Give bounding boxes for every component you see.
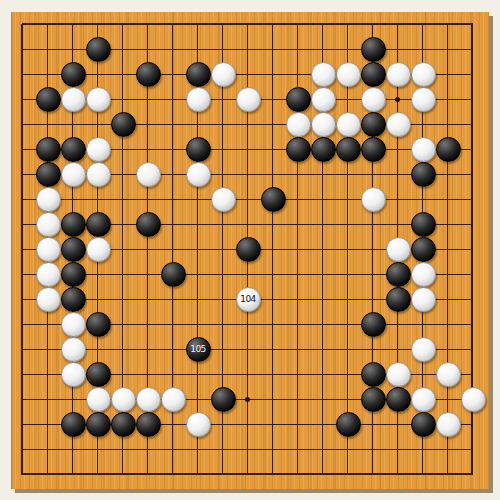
stone-black[interactable]	[86, 312, 111, 337]
star-point	[395, 97, 400, 102]
grid-line-horizontal	[22, 449, 473, 450]
stone-black[interactable]	[361, 312, 386, 337]
stone-black[interactable]	[36, 162, 61, 187]
stone-white[interactable]	[211, 62, 236, 87]
stone-white[interactable]	[361, 87, 386, 112]
stone-white[interactable]	[286, 112, 311, 137]
stone-white[interactable]	[236, 87, 261, 112]
stone-black[interactable]	[361, 62, 386, 87]
stone-white[interactable]	[311, 62, 336, 87]
stone-black[interactable]	[436, 137, 461, 162]
stone-black[interactable]	[286, 87, 311, 112]
stone-black[interactable]	[186, 62, 211, 87]
stone-black[interactable]	[111, 412, 136, 437]
star-point	[245, 397, 250, 402]
stone-white[interactable]	[61, 362, 86, 387]
stone-black[interactable]	[86, 412, 111, 437]
stone-white[interactable]	[336, 62, 361, 87]
stone-white[interactable]	[411, 137, 436, 162]
grid-line-horizontal	[22, 349, 473, 350]
stone-white[interactable]	[411, 337, 436, 362]
stone-white[interactable]	[86, 87, 111, 112]
stone-white[interactable]	[436, 362, 461, 387]
stone-black[interactable]	[361, 112, 386, 137]
stone-white[interactable]	[61, 312, 86, 337]
go-board[interactable]: 104105	[11, 12, 489, 489]
stone-white[interactable]	[61, 162, 86, 187]
stone-black[interactable]	[136, 212, 161, 237]
stone-black[interactable]	[361, 37, 386, 62]
stone-black[interactable]	[361, 362, 386, 387]
grid-line-vertical	[447, 24, 448, 475]
stone-white[interactable]	[86, 162, 111, 187]
grid-line-vertical	[272, 24, 273, 475]
stone-black[interactable]	[36, 137, 61, 162]
stone-white[interactable]	[411, 62, 436, 87]
stone-black[interactable]	[411, 237, 436, 262]
stone-white[interactable]	[61, 337, 86, 362]
stone-white[interactable]	[386, 112, 411, 137]
stone-black[interactable]	[236, 237, 261, 262]
stone-black[interactable]	[61, 412, 86, 437]
stone-white[interactable]	[186, 87, 211, 112]
stone-white[interactable]	[211, 187, 236, 212]
stone-white[interactable]	[36, 212, 61, 237]
stone-black[interactable]	[336, 412, 361, 437]
diagram-background: 104105	[0, 0, 500, 500]
stone-white[interactable]	[86, 387, 111, 412]
stone-white[interactable]	[36, 187, 61, 212]
stone-black[interactable]	[111, 112, 136, 137]
stone-black[interactable]	[386, 287, 411, 312]
stone-black[interactable]	[286, 137, 311, 162]
stone-white[interactable]	[61, 87, 86, 112]
stone-white[interactable]	[411, 262, 436, 287]
stone-black[interactable]	[186, 137, 211, 162]
stone-white[interactable]	[411, 87, 436, 112]
grid-line-vertical	[347, 24, 348, 475]
stone-black[interactable]	[411, 162, 436, 187]
stone-black[interactable]	[411, 412, 436, 437]
stone-black[interactable]	[386, 262, 411, 287]
stone-black[interactable]	[211, 387, 236, 412]
stone-black[interactable]	[261, 187, 286, 212]
stone-black[interactable]	[61, 62, 86, 87]
stone-black[interactable]	[361, 387, 386, 412]
stone-white[interactable]	[461, 387, 486, 412]
stone-white[interactable]	[136, 387, 161, 412]
stone-white[interactable]	[36, 262, 61, 287]
stone-white[interactable]: 104	[236, 287, 261, 312]
stone-white[interactable]	[411, 287, 436, 312]
stone-black[interactable]	[61, 287, 86, 312]
move-number-label: 105	[190, 345, 206, 354]
stone-white[interactable]	[386, 62, 411, 87]
stone-white[interactable]	[136, 162, 161, 187]
stone-black[interactable]	[86, 37, 111, 62]
stone-black[interactable]	[336, 137, 361, 162]
stone-black[interactable]	[361, 137, 386, 162]
stone-black[interactable]	[36, 87, 61, 112]
stone-white[interactable]	[36, 287, 61, 312]
move-number-label: 104	[240, 295, 256, 304]
stone-white[interactable]	[161, 387, 186, 412]
stone-white[interactable]	[361, 187, 386, 212]
stone-black[interactable]	[386, 387, 411, 412]
stone-white[interactable]	[111, 387, 136, 412]
stone-white[interactable]	[86, 137, 111, 162]
stone-black[interactable]	[311, 137, 336, 162]
stone-black[interactable]	[61, 237, 86, 262]
stone-black[interactable]	[61, 137, 86, 162]
stone-white[interactable]	[386, 362, 411, 387]
stone-white[interactable]	[436, 412, 461, 437]
stone-white[interactable]	[186, 162, 211, 187]
stone-white[interactable]	[386, 237, 411, 262]
stone-black[interactable]	[411, 212, 436, 237]
stone-white[interactable]	[186, 412, 211, 437]
stone-black[interactable]	[86, 362, 111, 387]
stone-black[interactable]	[136, 62, 161, 87]
stone-black[interactable]	[61, 262, 86, 287]
stone-white[interactable]	[86, 237, 111, 262]
grid-line-horizontal	[22, 473, 473, 475]
stone-white[interactable]	[411, 387, 436, 412]
stone-black[interactable]	[136, 412, 161, 437]
stone-black[interactable]: 105	[186, 337, 211, 362]
stone-white[interactable]	[311, 112, 336, 137]
stone-white[interactable]	[36, 237, 61, 262]
stone-white[interactable]	[311, 87, 336, 112]
stone-black[interactable]	[61, 212, 86, 237]
stone-white[interactable]	[336, 112, 361, 137]
stone-black[interactable]	[86, 212, 111, 237]
stone-black[interactable]	[161, 262, 186, 287]
